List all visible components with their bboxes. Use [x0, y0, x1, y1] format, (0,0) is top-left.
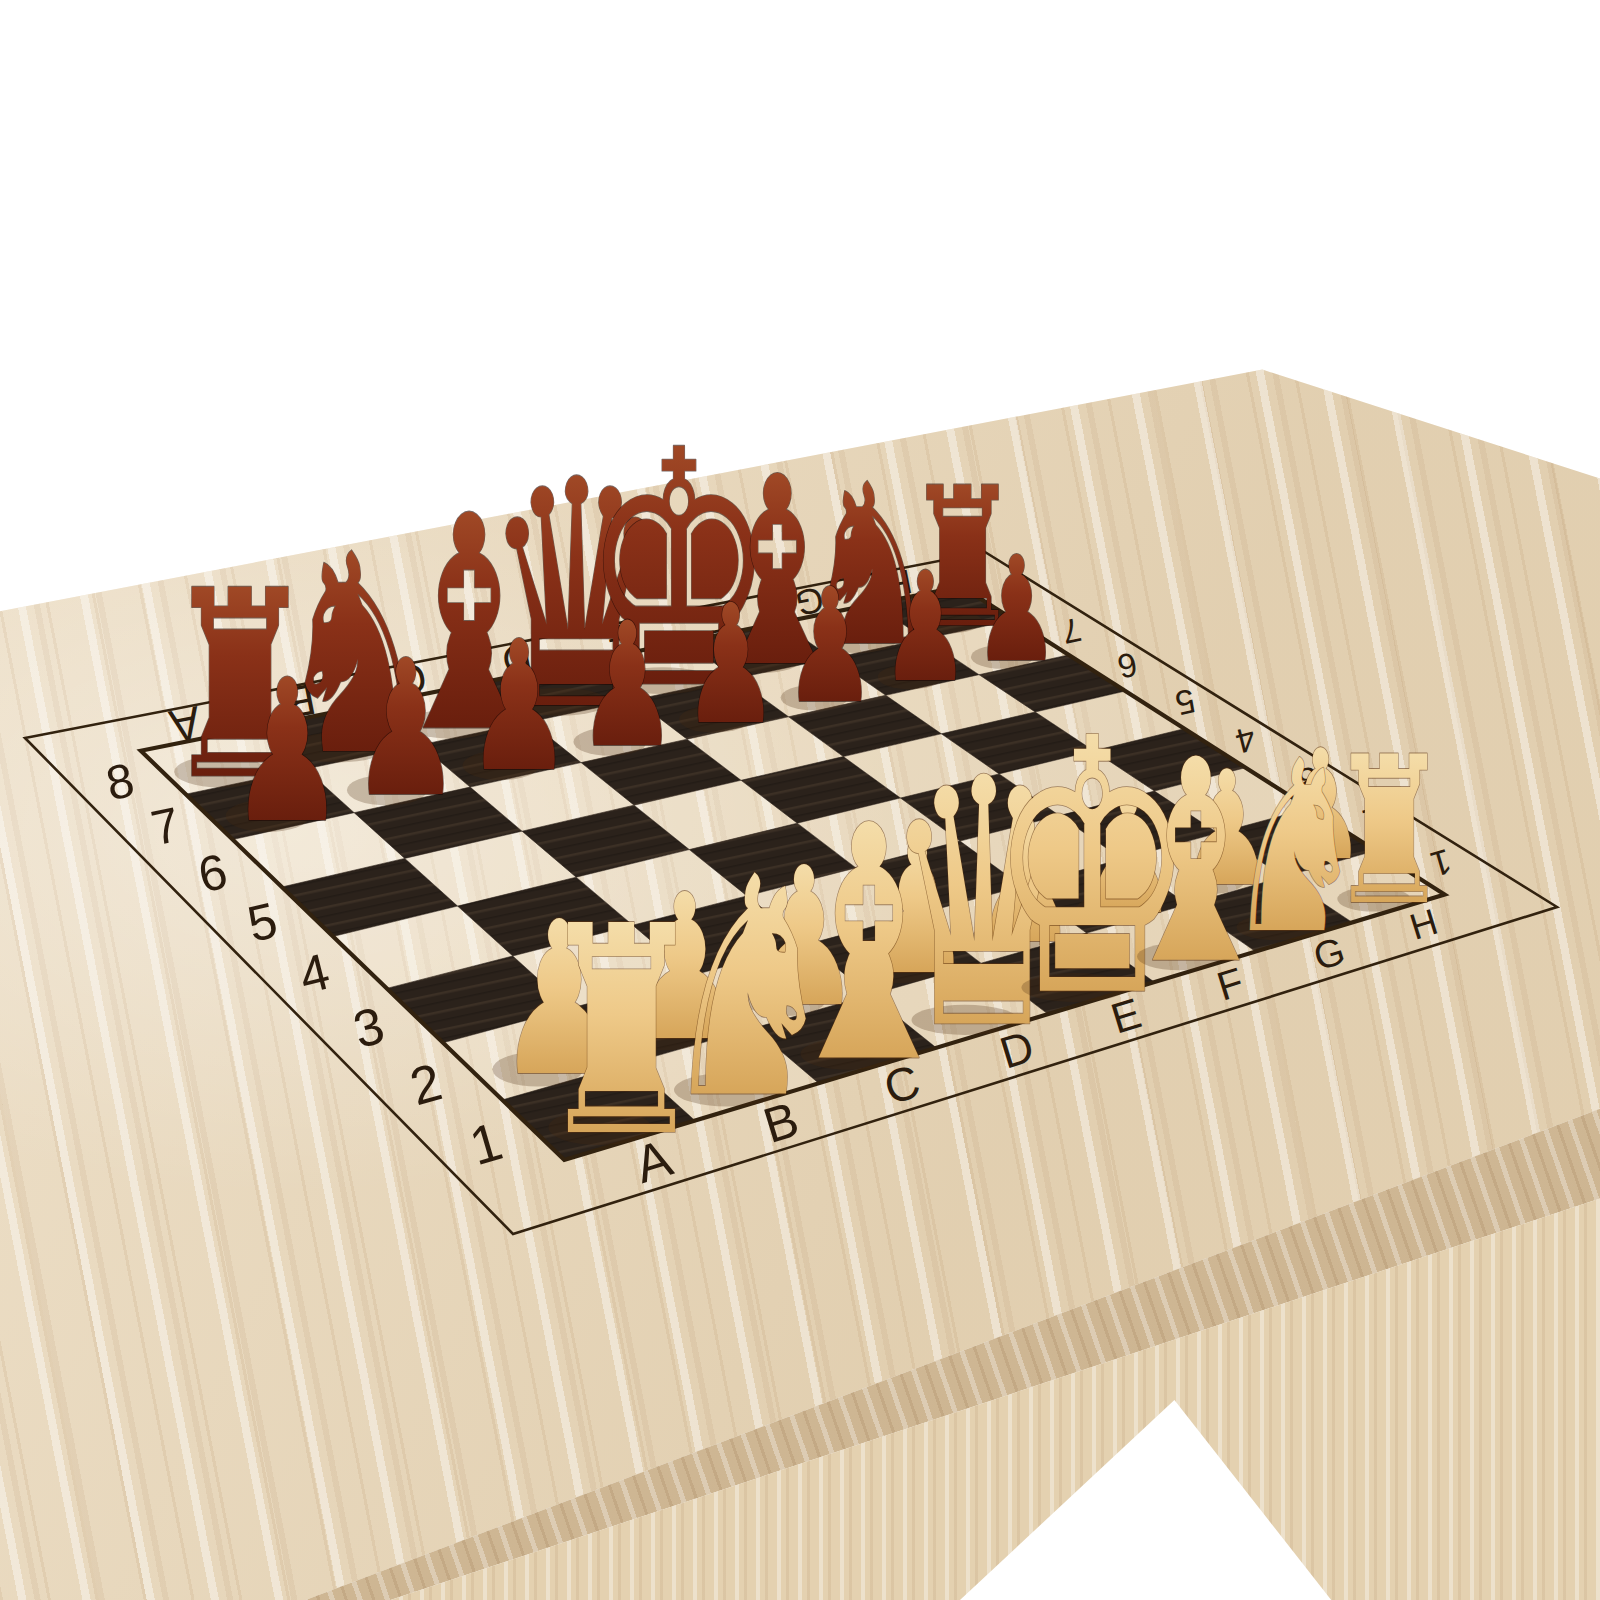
rank-label-7-right: 7	[1058, 611, 1084, 651]
rank-label-4-left: 4	[294, 942, 335, 1004]
rank-label-6-left: 6	[193, 843, 232, 904]
piece-black-pawn-g7: ♟	[880, 539, 970, 715]
chess-table-photo: AABBCCDDEEFFGGHH8877665544332211♜♞♝♛♚♝♞♜…	[0, 0, 1600, 1600]
piece-black-pawn-c7: ♟	[466, 602, 572, 811]
piece-black-pawn-b7: ♟	[350, 619, 461, 838]
rank-label-2-left: 2	[404, 1052, 448, 1117]
piece-black-pawn-f7: ♟	[783, 554, 877, 738]
piece-black-pawn-d7: ♟	[576, 586, 678, 785]
piece-black-pawn-a7: ♟	[229, 637, 346, 866]
rank-label-3-left: 3	[347, 996, 390, 1059]
chess-board: AABBCCDDEEFFGGHH8877665544332211♜♞♝♛♚♝♞♜…	[0, 0, 1600, 1600]
piece-white-rook-h1: ♜	[1329, 713, 1450, 950]
piece-black-pawn-e7: ♟	[682, 569, 780, 761]
rank-label-8-left: 8	[101, 752, 138, 810]
rank-label-5-left: 5	[242, 891, 282, 953]
